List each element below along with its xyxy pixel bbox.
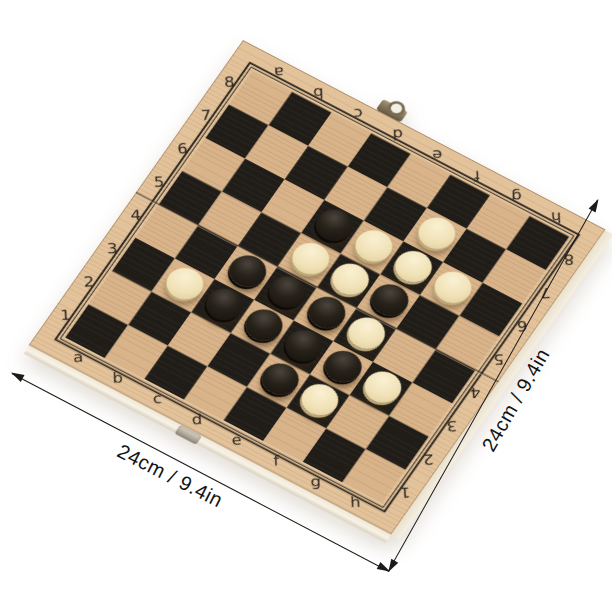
checker-black xyxy=(365,278,415,321)
checker-white xyxy=(325,257,375,300)
checker-black xyxy=(199,282,249,325)
checker-black xyxy=(302,290,352,333)
checker-black xyxy=(222,249,272,292)
checker-black xyxy=(262,270,312,313)
checker-black xyxy=(309,203,359,246)
checker-white xyxy=(428,265,478,308)
checker-black xyxy=(239,303,289,346)
checker-white xyxy=(411,211,461,254)
checker-black xyxy=(278,324,328,367)
checker-white xyxy=(159,262,209,305)
latch-ring-icon xyxy=(384,98,408,118)
checker-white xyxy=(294,378,344,421)
checker-black xyxy=(318,344,368,387)
checker-white xyxy=(388,244,438,287)
checker-white xyxy=(341,311,391,354)
product-photo: abcdefgh abcdefgh 87654321 87654321 24cm… xyxy=(0,0,612,612)
checker-white xyxy=(285,236,335,279)
checker-white xyxy=(357,365,407,408)
checker-white xyxy=(348,224,398,267)
checker-black xyxy=(255,357,305,400)
